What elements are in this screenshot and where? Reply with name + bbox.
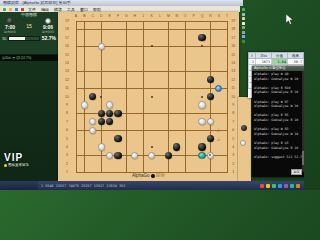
console-line: AlphaGo: GoAnalyze W 10 <box>254 104 303 109</box>
coord-number-left: 17 <box>63 36 71 40</box>
coord-number-right: 12 <box>229 78 237 82</box>
strip-icon[interactable] <box>242 31 245 34</box>
winrate-progress-fill <box>9 37 25 40</box>
console-line: AlphaGo: GoAnalyze B 10 <box>254 118 303 123</box>
coord-letter: Q <box>198 14 206 18</box>
coord-number-left: 15 <box>63 53 71 57</box>
console-line: AlphaGo: GoAnalyze B 10 <box>254 90 303 95</box>
console-scrollbar-thumb[interactable] <box>302 151 304 165</box>
game-info-panel: 中国围棋 7:00 剩余时间 15 9:06 剩余时间 30 52.7% <box>0 12 58 55</box>
coord-number-right: 2 <box>229 162 237 166</box>
right-desktop-area: #访问价值胜率110711.0430.723062.0613.131041.00… <box>240 0 304 181</box>
star-point <box>100 96 102 98</box>
coord-number-right: 19 <box>229 19 237 23</box>
taskbar-start-segment[interactable] <box>0 181 38 190</box>
strip-icon[interactable] <box>242 22 245 25</box>
console-line: AlphaGo: suggest S11 52.7% <box>254 155 303 160</box>
coord-letter: B <box>80 14 88 18</box>
coord-number-left: 4 <box>63 145 71 149</box>
menu-item-帮助[interactable]: 帮助 <box>92 7 102 12</box>
coord-letter: A <box>72 14 80 18</box>
toolbar-icon[interactable] <box>9 8 12 11</box>
menu-item-工具[interactable]: 工具 <box>66 7 76 12</box>
strip-icon[interactable] <box>242 8 245 11</box>
mini-black-stone <box>241 125 247 131</box>
watermark-dot-icon <box>4 164 7 167</box>
stone-black-D8 <box>98 110 105 117</box>
coord-letter: F <box>114 14 122 18</box>
coord-number-right: 4 <box>229 145 237 149</box>
menu-item-窗口[interactable]: 窗口 <box>79 7 89 12</box>
coord-number-left: 16 <box>63 44 71 48</box>
coord-letter: E <box>106 14 114 18</box>
replay-label: 回放 <box>156 173 165 178</box>
engine-name: AlphaGo <box>132 173 150 178</box>
stone-white-D4 <box>98 143 105 150</box>
black-time-label: 剩余时间 <box>4 30 16 34</box>
status-line: 第30手 黑 Q3 (52.7%) <box>0 55 58 61</box>
coord-number-right: 8 <box>229 111 237 115</box>
console-scrollbar[interactable] <box>302 71 304 172</box>
coord-number-right: 9 <box>229 103 237 107</box>
red-annotation-S5: ふ <box>216 136 221 141</box>
stone-white-B9 <box>81 101 88 108</box>
menu-item-文件[interactable]: 文件 <box>27 7 37 12</box>
coord-letter: J <box>139 14 147 18</box>
toolbar-icon[interactable] <box>15 8 18 11</box>
tray-icon[interactable] <box>260 184 264 188</box>
star-point <box>151 146 153 148</box>
coord-number-right: 17 <box>229 36 237 40</box>
background-board-window-edge <box>238 97 251 181</box>
coord-letter: C <box>89 14 97 18</box>
stone-teal-last-move-Q3 <box>198 152 205 159</box>
board-window: ABCDEFGHJKLMNOPQRST191918181717161615151… <box>58 12 239 181</box>
mini-white-stone <box>240 140 246 146</box>
coord-number-right: 15 <box>229 53 237 57</box>
star-point <box>201 96 203 98</box>
console-line: AlphaGo: GoAnalyze W 10 <box>254 77 303 82</box>
strip-icon[interactable] <box>242 40 245 43</box>
strip-icon[interactable] <box>242 13 245 16</box>
strip-icon[interactable] <box>242 17 245 20</box>
tray-icon[interactable] <box>290 184 294 188</box>
coord-letter: T <box>223 14 231 18</box>
move-number: 30 <box>2 36 6 41</box>
engine-console-window[interactable]: AlphaGo 引擎控制台 AlphaGo: play W Q9AlphaGo:… <box>252 66 304 177</box>
tray-icon[interactable] <box>266 184 270 188</box>
coord-number-left: 6 <box>63 128 71 132</box>
coord-letter: K <box>148 14 156 18</box>
winrate-progress-bar <box>8 36 39 41</box>
watermark-caption: 围棋直播回放 <box>4 163 29 167</box>
coord-number-right: 13 <box>229 69 237 73</box>
coord-number-left: 12 <box>63 78 71 82</box>
side-icon-strip[interactable] <box>242 8 245 43</box>
coord-number-left: 13 <box>63 69 71 73</box>
stone-black-F3 <box>114 152 121 159</box>
watermark: VIP 围棋直播回放 <box>4 152 29 167</box>
coord-letter: S <box>215 14 223 18</box>
coord-number-left: 18 <box>63 27 71 31</box>
coord-number-right: 18 <box>229 27 237 31</box>
watermark-vip-text: VIP <box>4 152 29 163</box>
center-value: 15 <box>26 23 32 29</box>
coord-letter: M <box>164 14 172 18</box>
coord-number-right: 7 <box>229 120 237 124</box>
coord-number-left: 5 <box>63 137 71 141</box>
tray-icon[interactable] <box>278 184 282 188</box>
stone-black-M3 <box>165 152 172 159</box>
coord-number-right: 16 <box>229 44 237 48</box>
stone-white-E9 <box>106 101 113 108</box>
star-point <box>151 45 153 47</box>
coord-letter: L <box>156 14 164 18</box>
console-log: AlphaGo: play W Q9AlphaGo: GoAnalyze W 1… <box>252 71 304 172</box>
coord-number-left: 9 <box>63 103 71 107</box>
stone-black-F5 <box>114 135 121 142</box>
coord-number-right: 10 <box>229 95 237 99</box>
console-ok-button[interactable]: 确定 <box>291 169 302 175</box>
coord-letter: H <box>131 14 139 18</box>
coord-letter: P <box>190 14 198 18</box>
coord-letter: R <box>206 14 214 18</box>
coord-number-right: 11 <box>229 86 237 90</box>
toolbar-icon[interactable] <box>21 8 24 11</box>
coord-number-left: 8 <box>63 111 71 115</box>
mouse-cursor <box>286 14 294 25</box>
coord-number-left: 19 <box>63 19 71 23</box>
stone-white-D16 <box>98 43 105 50</box>
menu-item-编辑[interactable]: 编辑 <box>40 7 50 12</box>
left-panel: 中国围棋 7:00 剩余时间 15 9:06 剩余时间 30 52.7% 第30… <box>0 12 58 181</box>
stone-black-F8 <box>114 110 121 117</box>
tray-icon[interactable] <box>272 184 276 188</box>
coord-number-left: 10 <box>63 95 71 99</box>
coord-letter: N <box>173 14 181 18</box>
coord-number-left: 14 <box>63 61 71 65</box>
board-footer: AlphaGo 回放 <box>58 173 239 178</box>
strip-icon[interactable] <box>242 26 245 29</box>
taskbar-tray-icons[interactable] <box>256 184 304 188</box>
black-stone-icon <box>151 174 155 178</box>
strip-icon[interactable] <box>242 35 245 38</box>
coord-number-right: 5 <box>229 137 237 141</box>
tray-icon[interactable] <box>284 184 288 188</box>
white-time-label: 剩余时间 <box>42 30 54 34</box>
coord-letter: G <box>122 14 130 18</box>
taskbar[interactable]: 1 5546 13637 74675 25257 13617 13619 363 <box>0 181 304 190</box>
coord-number-right: 14 <box>229 61 237 65</box>
winrate-percent: 52.7% <box>42 35 56 41</box>
coord-number-right: 6 <box>229 128 237 132</box>
coord-number-right: 3 <box>229 153 237 157</box>
taskbar-status-numbers: 1 5546 13637 74675 25257 13617 13619 363 <box>38 184 256 188</box>
coord-number-left: 7 <box>63 120 71 124</box>
toolbar-icon[interactable] <box>3 8 6 11</box>
console-line: AlphaGo: GoAnalyze W 10 <box>254 132 303 137</box>
coord-number-left: 2 <box>63 162 71 166</box>
coord-letter: O <box>181 14 189 18</box>
coord-number-left: 3 <box>63 153 71 157</box>
tray-icon[interactable] <box>296 184 300 188</box>
star-point <box>151 96 153 98</box>
stone-black-Q4 <box>198 143 205 150</box>
stone-white-Q9 <box>198 101 205 108</box>
coord-letter: D <box>97 14 105 18</box>
console-line: AlphaGo: GoAnalyze B 10 <box>254 146 303 151</box>
coord-number-left: 11 <box>63 86 71 90</box>
menu-item-棋谱[interactable]: 棋谱 <box>53 7 63 12</box>
